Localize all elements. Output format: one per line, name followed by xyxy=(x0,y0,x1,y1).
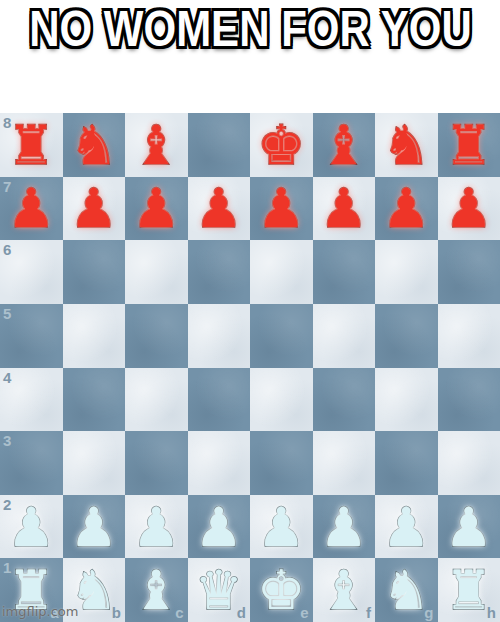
square-d4 xyxy=(188,368,251,432)
square-b4 xyxy=(63,368,126,432)
piece-red-knight: ♞ xyxy=(70,119,118,173)
piece-red-pawn: ♟ xyxy=(132,182,180,236)
rank-label-4: 4 xyxy=(3,370,11,385)
square-h7: ♟ xyxy=(438,177,500,241)
square-c1: c♝ xyxy=(125,558,188,622)
square-f1: f♝ xyxy=(313,558,376,622)
rank-label-5: 5 xyxy=(3,306,11,321)
piece-red-pawn: ♟ xyxy=(445,182,493,236)
square-c8: ♝ xyxy=(125,113,188,177)
square-c6 xyxy=(125,240,188,304)
chess-board: 8♜♞♝♚♝♞♜7♟♟♟♟♟♟♟♟65432♟♟♟♟♟♟♟♟1a♜b♞c♝d♛e… xyxy=(0,113,500,622)
piece-white-pawn: ♟ xyxy=(7,501,55,555)
meme-caption: NO WOMEN FOR YOU xyxy=(29,4,472,54)
square-h2: ♟ xyxy=(438,495,500,559)
square-b8: ♞ xyxy=(63,113,126,177)
piece-red-pawn: ♟ xyxy=(70,182,118,236)
square-d7: ♟ xyxy=(188,177,251,241)
square-a6: 6 xyxy=(0,240,63,304)
square-b3 xyxy=(63,431,126,495)
square-f4 xyxy=(313,368,376,432)
piece-red-rook: ♜ xyxy=(7,119,55,173)
square-h5 xyxy=(438,304,500,368)
square-c2: ♟ xyxy=(125,495,188,559)
square-a5: 5 xyxy=(0,304,63,368)
piece-red-bishop: ♝ xyxy=(320,119,368,173)
square-h1: h♜ xyxy=(438,558,500,622)
piece-red-rook: ♜ xyxy=(445,119,493,173)
piece-red-pawn: ♟ xyxy=(195,182,243,236)
square-e5 xyxy=(250,304,313,368)
square-f5 xyxy=(313,304,376,368)
piece-red-pawn: ♟ xyxy=(320,182,368,236)
square-b6 xyxy=(63,240,126,304)
piece-white-pawn: ♟ xyxy=(195,501,243,555)
square-h6 xyxy=(438,240,500,304)
piece-white-rook: ♜ xyxy=(445,564,493,618)
square-g7: ♟ xyxy=(375,177,438,241)
square-d5 xyxy=(188,304,251,368)
piece-white-pawn: ♟ xyxy=(320,501,368,555)
piece-white-pawn: ♟ xyxy=(257,501,305,555)
piece-red-pawn: ♟ xyxy=(257,182,305,236)
square-d3 xyxy=(188,431,251,495)
square-a8: 8♜ xyxy=(0,113,63,177)
square-f7: ♟ xyxy=(313,177,376,241)
square-a4: 4 xyxy=(0,368,63,432)
piece-red-pawn: ♟ xyxy=(382,182,430,236)
piece-white-queen: ♛ xyxy=(195,564,243,618)
square-e3 xyxy=(250,431,313,495)
rank-label-6: 6 xyxy=(3,242,11,257)
meme-header: NO WOMEN FOR YOU xyxy=(0,0,500,113)
piece-white-bishop: ♝ xyxy=(320,564,368,618)
square-d2: ♟ xyxy=(188,495,251,559)
meme-image: NO WOMEN FOR YOU 8♜♞♝♚♝♞♜7♟♟♟♟♟♟♟♟65432♟… xyxy=(0,0,500,622)
square-b2: ♟ xyxy=(63,495,126,559)
square-f3 xyxy=(313,431,376,495)
piece-white-knight: ♞ xyxy=(382,564,430,618)
square-g6 xyxy=(375,240,438,304)
piece-red-knight: ♞ xyxy=(382,119,430,173)
square-e2: ♟ xyxy=(250,495,313,559)
square-g8: ♞ xyxy=(375,113,438,177)
piece-red-pawn: ♟ xyxy=(7,182,55,236)
square-h3 xyxy=(438,431,500,495)
square-g4 xyxy=(375,368,438,432)
piece-white-pawn: ♟ xyxy=(382,501,430,555)
square-f6 xyxy=(313,240,376,304)
square-c4 xyxy=(125,368,188,432)
square-b7: ♟ xyxy=(63,177,126,241)
square-c7: ♟ xyxy=(125,177,188,241)
square-g5 xyxy=(375,304,438,368)
rank-label-3: 3 xyxy=(3,433,11,448)
square-h4 xyxy=(438,368,500,432)
square-h8: ♜ xyxy=(438,113,500,177)
watermark-imgflip: imgflip.com xyxy=(2,604,78,619)
square-a7: 7♟ xyxy=(0,177,63,241)
square-f2: ♟ xyxy=(313,495,376,559)
square-e8: ♚ xyxy=(250,113,313,177)
square-f8: ♝ xyxy=(313,113,376,177)
piece-white-pawn: ♟ xyxy=(132,501,180,555)
square-e1: e♚ xyxy=(250,558,313,622)
square-c5 xyxy=(125,304,188,368)
square-e7: ♟ xyxy=(250,177,313,241)
square-g3 xyxy=(375,431,438,495)
square-a2: 2♟ xyxy=(0,495,63,559)
square-d6 xyxy=(188,240,251,304)
piece-white-bishop: ♝ xyxy=(132,564,180,618)
piece-white-pawn: ♟ xyxy=(70,501,118,555)
piece-white-king: ♚ xyxy=(257,564,305,618)
square-g1: g♞ xyxy=(375,558,438,622)
square-c3 xyxy=(125,431,188,495)
square-e6 xyxy=(250,240,313,304)
square-e4 xyxy=(250,368,313,432)
board-area: 8♜♞♝♚♝♞♜7♟♟♟♟♟♟♟♟65432♟♟♟♟♟♟♟♟1a♜b♞c♝d♛e… xyxy=(0,113,500,622)
square-d8 xyxy=(188,113,251,177)
square-b5 xyxy=(63,304,126,368)
piece-white-pawn: ♟ xyxy=(445,501,493,555)
square-a3: 3 xyxy=(0,431,63,495)
piece-red-bishop: ♝ xyxy=(132,119,180,173)
square-g2: ♟ xyxy=(375,495,438,559)
piece-red-king: ♚ xyxy=(257,119,305,173)
square-d1: d♛ xyxy=(188,558,251,622)
